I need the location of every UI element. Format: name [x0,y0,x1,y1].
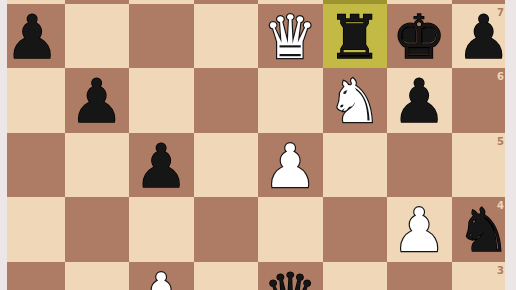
black-pawn-a7[interactable]: ♟ [5,5,59,70]
white-knight-f6[interactable]: ♞ [328,69,382,134]
square-d7[interactable] [194,4,259,69]
square-a3[interactable] [0,262,65,290]
square-b6[interactable]: ♟ [65,68,130,133]
square-e4[interactable] [258,197,323,262]
rank-label-5: 5 [497,137,504,147]
square-a5[interactable] [0,133,65,198]
square-e7[interactable]: ♛ [258,4,323,69]
chess-board: ♟♛♜♚♟7♟♞♟6♟♟5♟♞4♟♛3 [0,0,516,290]
black-queen-e3[interactable]: ♛ [263,263,317,290]
square-c7[interactable] [129,4,194,69]
square-e5[interactable]: ♟ [258,133,323,198]
square-b5[interactable] [65,133,130,198]
square-g4[interactable]: ♟ [387,197,452,262]
white-pawn-e5[interactable]: ♟ [263,134,317,199]
square-b3[interactable] [65,262,130,290]
square-c5[interactable]: ♟ [129,133,194,198]
square-c3[interactable]: ♟ [129,262,194,290]
black-rook-f7[interactable]: ♜ [328,5,382,70]
square-b7[interactable] [65,4,130,69]
square-f3[interactable] [323,262,388,290]
white-queen-e7[interactable]: ♛ [263,5,317,70]
rank-label-7: 7 [497,8,504,18]
square-f7[interactable]: ♜ [323,4,388,69]
square-c4[interactable] [129,197,194,262]
square-g6[interactable]: ♟ [387,68,452,133]
rank-label-4: 4 [497,201,504,211]
square-d4[interactable] [194,197,259,262]
square-f4[interactable] [323,197,388,262]
square-a4[interactable] [0,197,65,262]
black-king-g7[interactable]: ♚ [392,5,446,70]
square-e3[interactable]: ♛ [258,262,323,290]
square-g7[interactable]: ♚ [387,4,452,69]
right-margin-strip [505,0,516,290]
square-a7[interactable]: ♟ [0,4,65,69]
square-f5[interactable] [323,133,388,198]
square-f6[interactable]: ♞ [323,68,388,133]
square-e6[interactable] [258,68,323,133]
square-d3[interactable] [194,262,259,290]
square-g3[interactable] [387,262,452,290]
black-pawn-g6[interactable]: ♟ [392,69,446,134]
white-pawn-c3[interactable]: ♟ [134,263,188,290]
square-d5[interactable] [194,133,259,198]
square-c6[interactable] [129,68,194,133]
square-d6[interactable] [194,68,259,133]
chess-board-viewport: ♟♛♜♚♟7♟♞♟6♟♟5♟♞4♟♛3 [0,0,516,290]
rank-label-3: 3 [497,266,504,276]
black-pawn-b6[interactable]: ♟ [70,69,124,134]
square-a6[interactable] [0,68,65,133]
square-g5[interactable] [387,133,452,198]
square-b4[interactable] [65,197,130,262]
white-pawn-g4[interactable]: ♟ [392,198,446,263]
left-margin-strip [0,0,7,290]
black-pawn-c5[interactable]: ♟ [134,134,188,199]
rank-label-6: 6 [497,72,504,82]
